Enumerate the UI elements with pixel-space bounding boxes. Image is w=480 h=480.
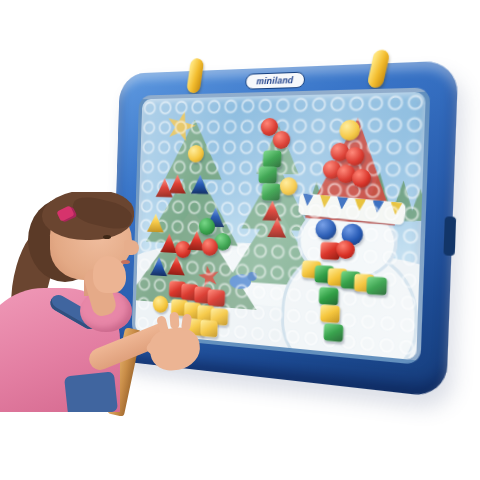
card-clip-right[interactable]: [366, 49, 390, 89]
peg-red-cone[interactable]: [262, 200, 282, 221]
peg-yellow-round[interactable]: [188, 145, 205, 162]
card-clip-left[interactable]: [186, 58, 204, 94]
peg-green-square[interactable]: [263, 150, 282, 167]
peg-green-square[interactable]: [259, 167, 278, 184]
nose: [124, 240, 139, 255]
denim-overall-side: [64, 371, 118, 412]
peg-green-square[interactable]: [319, 287, 339, 306]
peg-yellow-round[interactable]: [280, 177, 298, 195]
brand-logo: miniland: [245, 72, 305, 90]
child-figure: [0, 192, 240, 412]
peg-blue-round[interactable]: [315, 218, 337, 240]
brand-logo-text: miniland: [256, 76, 293, 86]
peg-red-cone[interactable]: [168, 174, 186, 193]
peg-green-square[interactable]: [367, 277, 388, 296]
eye: [103, 235, 111, 239]
peg-red-round[interactable]: [273, 131, 291, 149]
peg-green-square[interactable]: [262, 183, 281, 200]
frame-handle-notch: [443, 216, 456, 256]
product-photo-scene: miniland: [0, 0, 480, 480]
left-hand-on-frame: [93, 256, 126, 293]
peg-yellow-square[interactable]: [320, 304, 340, 323]
peg-green-square[interactable]: [324, 323, 344, 342]
peg-red-round[interactable]: [336, 240, 355, 260]
peg-red-round[interactable]: [345, 147, 364, 166]
peg-yellow-round[interactable]: [339, 120, 360, 141]
peg-red-round[interactable]: [352, 169, 371, 188]
finger: [181, 313, 192, 331]
finger: [169, 312, 179, 330]
